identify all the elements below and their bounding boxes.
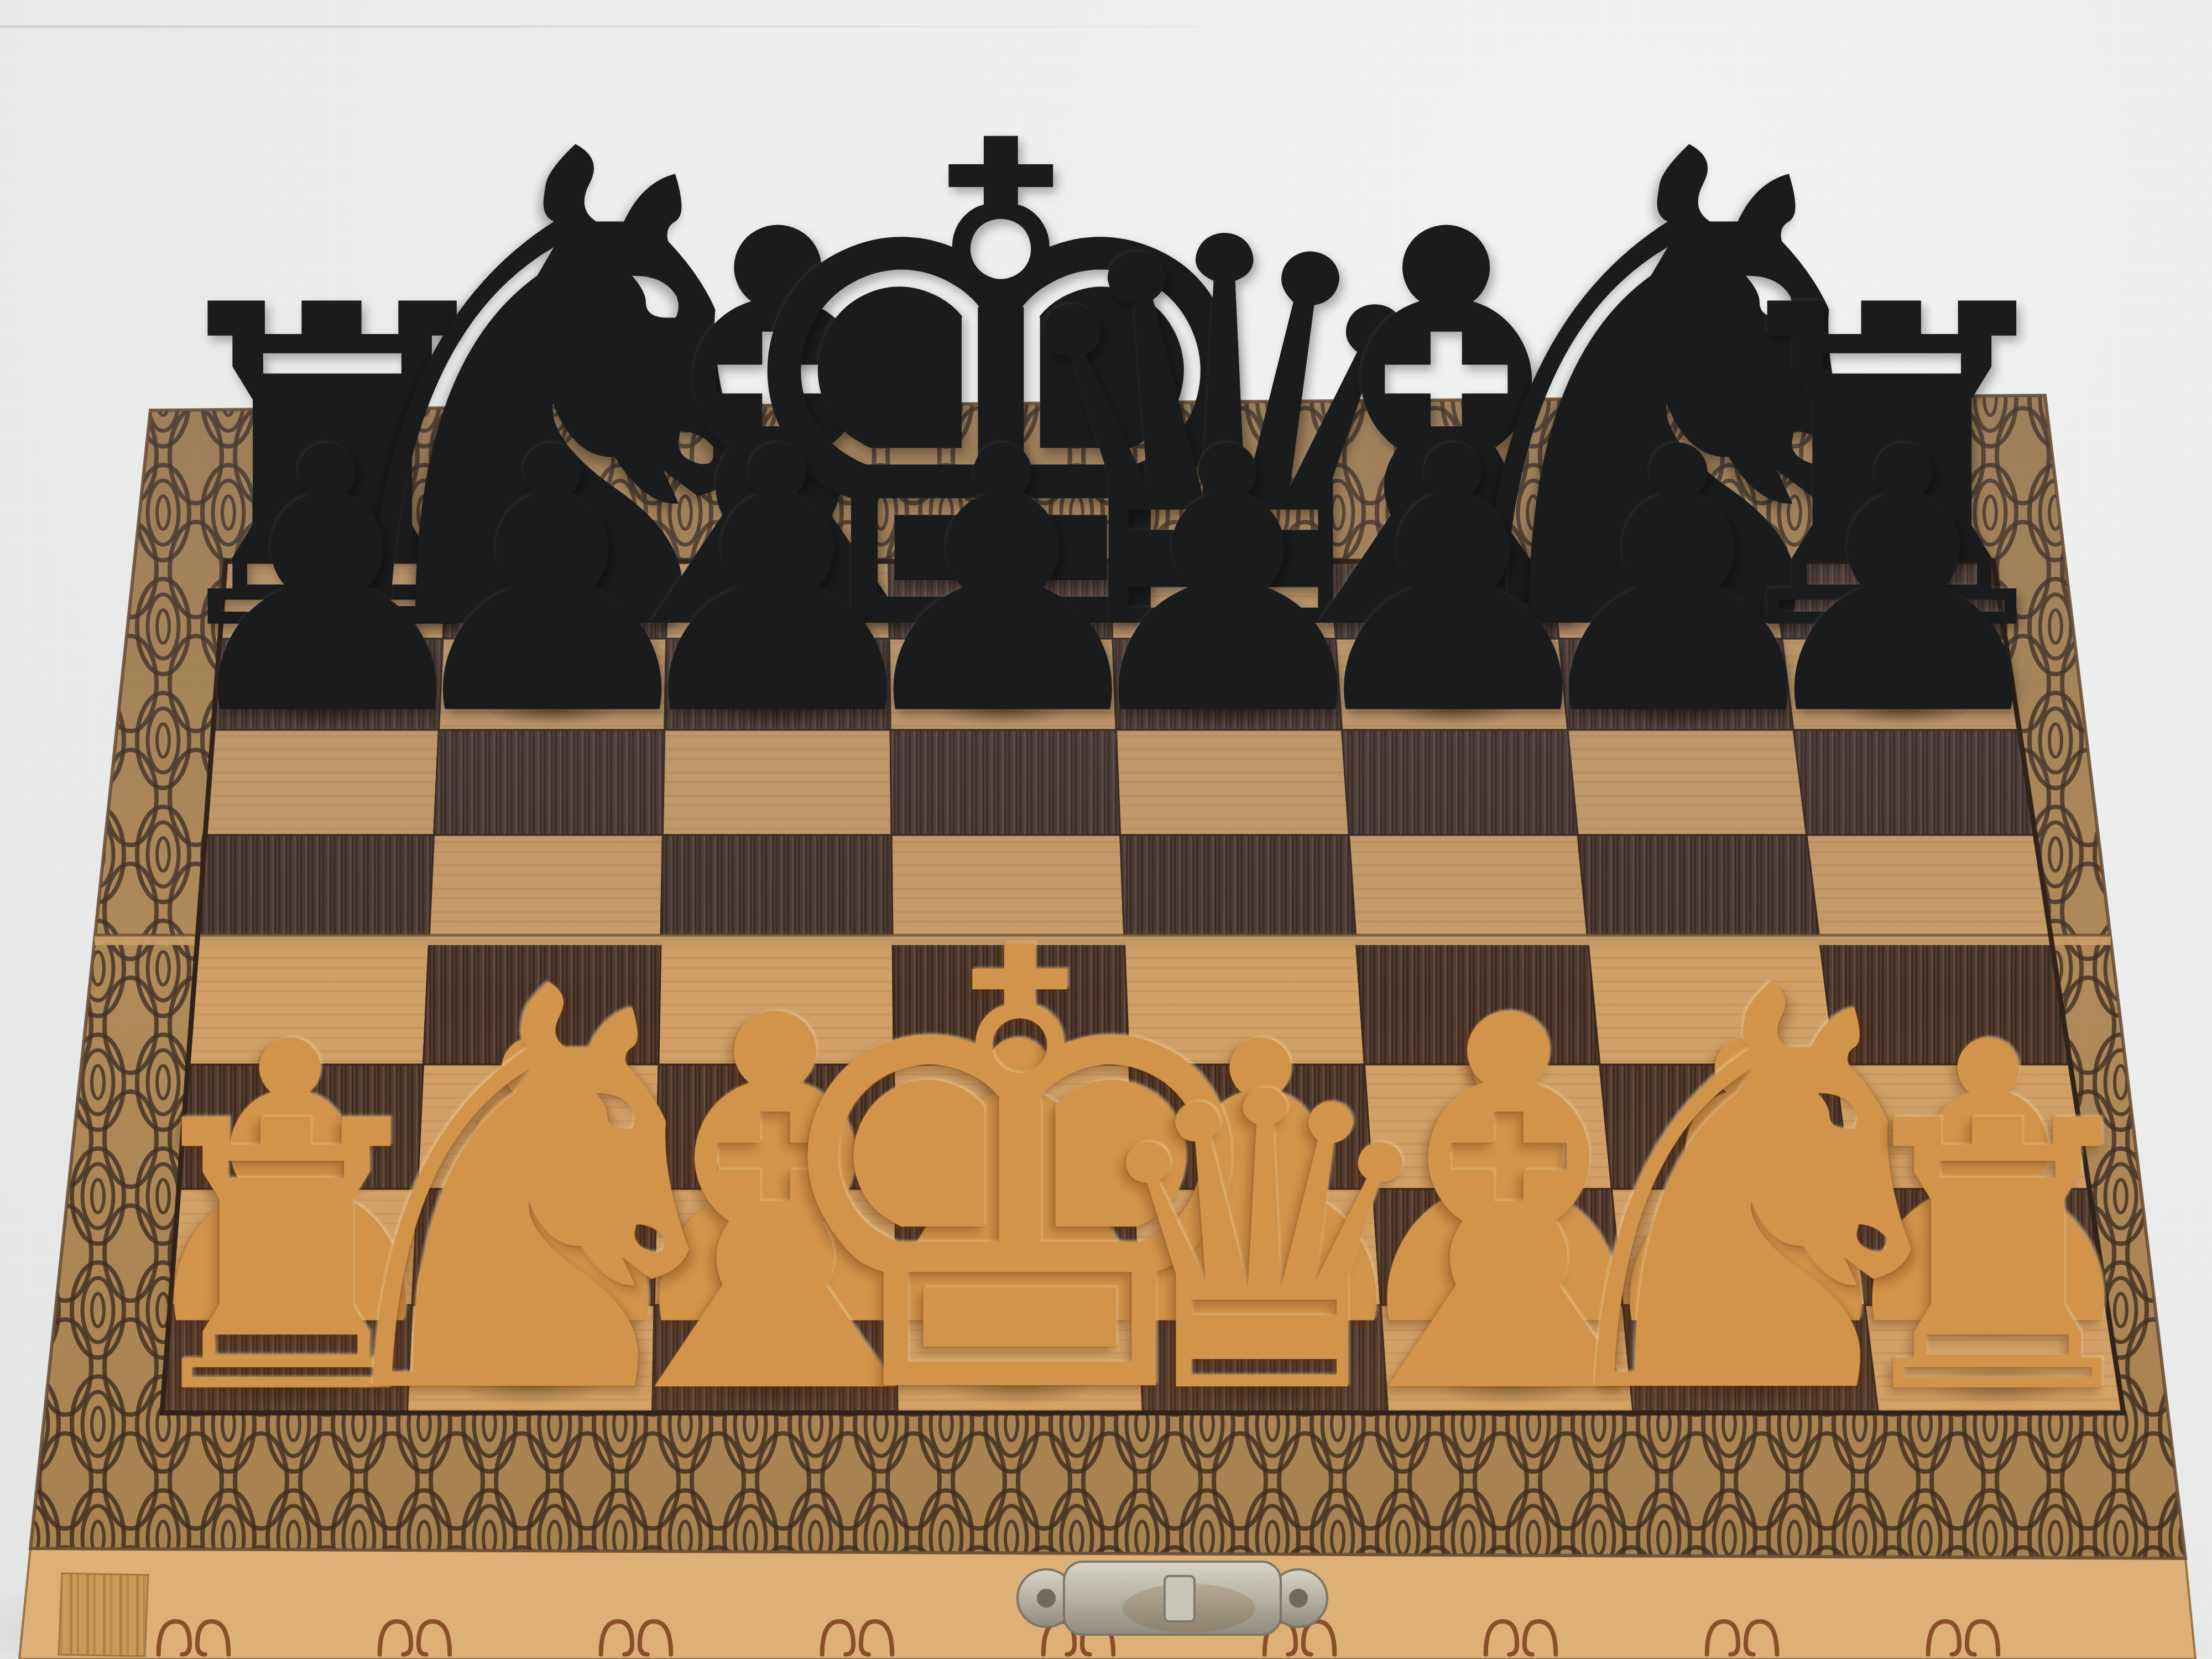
white-rook-h1: ♜ [1832,1073,2164,1444]
photo-scene: ♜♞♝♚♛♝♞♜♟♟♟♟♟♟♟♟♟♟♟♟♟♟♟♟♜♞♝♚♛♝♞♜ [0,0,2212,1659]
black-pawn-h7: ♟ [1740,400,2068,765]
pieces-layer: ♜♞♝♚♛♝♞♜♟♟♟♟♟♟♟♟♟♟♟♟♟♟♟♟♜♞♝♚♛♝♞♜ [0,0,2212,1659]
